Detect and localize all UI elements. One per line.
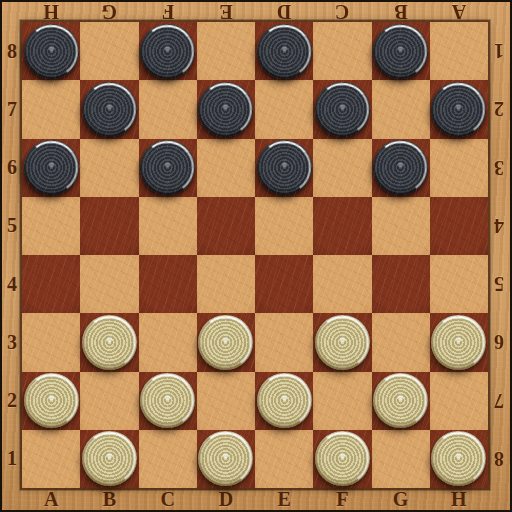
square-f5[interactable] bbox=[313, 197, 371, 255]
light-piece-d1[interactable] bbox=[198, 431, 253, 486]
square-b8[interactable] bbox=[80, 22, 138, 80]
square-c7[interactable] bbox=[139, 80, 197, 138]
rank-label-right-4: 4 bbox=[488, 197, 510, 255]
square-h1[interactable] bbox=[430, 430, 488, 488]
file-label-bottom-c: C bbox=[139, 488, 197, 510]
square-f6[interactable] bbox=[313, 139, 371, 197]
light-piece-f3[interactable] bbox=[315, 315, 370, 370]
file-label-top-f: F bbox=[139, 2, 197, 22]
checkers-board bbox=[22, 22, 488, 488]
square-e7[interactable] bbox=[255, 80, 313, 138]
square-g6[interactable] bbox=[372, 139, 430, 197]
dark-piece-d7[interactable] bbox=[198, 82, 253, 137]
file-label-top-g: G bbox=[80, 2, 138, 22]
light-piece-f1[interactable] bbox=[315, 431, 370, 486]
dark-piece-g6[interactable] bbox=[373, 140, 428, 195]
square-b4[interactable] bbox=[80, 255, 138, 313]
square-c4[interactable] bbox=[139, 255, 197, 313]
square-g5[interactable] bbox=[372, 197, 430, 255]
square-e6[interactable] bbox=[255, 139, 313, 197]
light-piece-a2[interactable] bbox=[24, 373, 79, 428]
square-c2[interactable] bbox=[139, 372, 197, 430]
square-d8[interactable] bbox=[197, 22, 255, 80]
square-h4[interactable] bbox=[430, 255, 488, 313]
square-c3[interactable] bbox=[139, 313, 197, 371]
dark-piece-c8[interactable] bbox=[140, 24, 195, 79]
dark-piece-a6[interactable] bbox=[24, 140, 79, 195]
square-f2[interactable] bbox=[313, 372, 371, 430]
checkers-app-screen: HGFEDCBA ABCDEFGH 87654321 12345678 bbox=[0, 0, 512, 512]
light-piece-h3[interactable] bbox=[431, 315, 486, 370]
rank-label-left-3: 3 bbox=[2, 313, 22, 371]
bottom-file-labels: ABCDEFGH bbox=[22, 488, 488, 510]
square-d3[interactable] bbox=[197, 313, 255, 371]
square-h5[interactable] bbox=[430, 197, 488, 255]
rank-label-right-7: 7 bbox=[488, 372, 510, 430]
square-a3[interactable] bbox=[22, 313, 80, 371]
square-c5[interactable] bbox=[139, 197, 197, 255]
rank-label-left-2: 2 bbox=[2, 372, 22, 430]
square-a5[interactable] bbox=[22, 197, 80, 255]
rank-label-left-7: 7 bbox=[2, 80, 22, 138]
top-file-labels: HGFEDCBA bbox=[22, 2, 488, 22]
square-h6[interactable] bbox=[430, 139, 488, 197]
file-label-bottom-g: G bbox=[372, 488, 430, 510]
file-label-top-c: C bbox=[313, 2, 371, 22]
rank-label-right-2: 2 bbox=[488, 80, 510, 138]
square-g1[interactable] bbox=[372, 430, 430, 488]
light-piece-b3[interactable] bbox=[82, 315, 137, 370]
light-piece-b1[interactable] bbox=[82, 431, 137, 486]
square-a7[interactable] bbox=[22, 80, 80, 138]
rank-label-left-6: 6 bbox=[2, 139, 22, 197]
rank-label-right-1: 1 bbox=[488, 22, 510, 80]
square-g8[interactable] bbox=[372, 22, 430, 80]
dark-piece-b7[interactable] bbox=[82, 82, 137, 137]
file-label-top-a: A bbox=[430, 2, 488, 22]
rank-label-left-5: 5 bbox=[2, 197, 22, 255]
dark-piece-a8[interactable] bbox=[24, 24, 79, 79]
rank-label-left-4: 4 bbox=[2, 255, 22, 313]
square-b2[interactable] bbox=[80, 372, 138, 430]
square-g2[interactable] bbox=[372, 372, 430, 430]
square-d4[interactable] bbox=[197, 255, 255, 313]
square-g7[interactable] bbox=[372, 80, 430, 138]
square-a4[interactable] bbox=[22, 255, 80, 313]
light-piece-e2[interactable] bbox=[257, 373, 312, 428]
rank-label-right-3: 3 bbox=[488, 139, 510, 197]
square-f8[interactable] bbox=[313, 22, 371, 80]
square-f1[interactable] bbox=[313, 430, 371, 488]
square-c8[interactable] bbox=[139, 22, 197, 80]
square-c6[interactable] bbox=[139, 139, 197, 197]
right-rank-labels: 12345678 bbox=[488, 22, 510, 488]
square-d5[interactable] bbox=[197, 197, 255, 255]
square-e8[interactable] bbox=[255, 22, 313, 80]
square-e5[interactable] bbox=[255, 197, 313, 255]
square-f7[interactable] bbox=[313, 80, 371, 138]
file-label-bottom-a: A bbox=[22, 488, 80, 510]
square-a2[interactable] bbox=[22, 372, 80, 430]
light-piece-d3[interactable] bbox=[198, 315, 253, 370]
square-b3[interactable] bbox=[80, 313, 138, 371]
square-a8[interactable] bbox=[22, 22, 80, 80]
dark-piece-e8[interactable] bbox=[257, 24, 312, 79]
square-e4[interactable] bbox=[255, 255, 313, 313]
square-e3[interactable] bbox=[255, 313, 313, 371]
square-g3[interactable] bbox=[372, 313, 430, 371]
rank-label-right-8: 8 bbox=[488, 430, 510, 488]
dark-piece-c6[interactable] bbox=[140, 140, 195, 195]
file-label-bottom-d: D bbox=[197, 488, 255, 510]
file-label-top-e: E bbox=[197, 2, 255, 22]
square-a1[interactable] bbox=[22, 430, 80, 488]
file-label-bottom-b: B bbox=[80, 488, 138, 510]
dark-piece-g8[interactable] bbox=[373, 24, 428, 79]
square-h7[interactable] bbox=[430, 80, 488, 138]
square-b1[interactable] bbox=[80, 430, 138, 488]
rank-label-left-8: 8 bbox=[2, 22, 22, 80]
dark-piece-h7[interactable] bbox=[431, 82, 486, 137]
left-rank-labels: 87654321 bbox=[2, 22, 22, 488]
square-a6[interactable] bbox=[22, 139, 80, 197]
light-piece-h1[interactable] bbox=[431, 431, 486, 486]
square-e2[interactable] bbox=[255, 372, 313, 430]
light-piece-c2[interactable] bbox=[140, 373, 195, 428]
square-c1[interactable] bbox=[139, 430, 197, 488]
dark-piece-e6[interactable] bbox=[257, 140, 312, 195]
file-label-bottom-e: E bbox=[255, 488, 313, 510]
file-label-top-h: H bbox=[22, 2, 80, 22]
square-b5[interactable] bbox=[80, 197, 138, 255]
rank-label-right-5: 5 bbox=[488, 255, 510, 313]
square-f3[interactable] bbox=[313, 313, 371, 371]
square-d6[interactable] bbox=[197, 139, 255, 197]
file-label-bottom-h: H bbox=[430, 488, 488, 510]
square-g4[interactable] bbox=[372, 255, 430, 313]
rank-label-right-6: 6 bbox=[488, 313, 510, 371]
square-b7[interactable] bbox=[80, 80, 138, 138]
rank-label-left-1: 1 bbox=[2, 430, 22, 488]
square-e1[interactable] bbox=[255, 430, 313, 488]
square-d1[interactable] bbox=[197, 430, 255, 488]
square-h8[interactable] bbox=[430, 22, 488, 80]
dark-piece-f7[interactable] bbox=[315, 82, 370, 137]
square-b6[interactable] bbox=[80, 139, 138, 197]
light-piece-g2[interactable] bbox=[373, 373, 428, 428]
square-f4[interactable] bbox=[313, 255, 371, 313]
file-label-bottom-f: F bbox=[313, 488, 371, 510]
square-d2[interactable] bbox=[197, 372, 255, 430]
file-label-top-b: B bbox=[372, 2, 430, 22]
square-h3[interactable] bbox=[430, 313, 488, 371]
square-h2[interactable] bbox=[430, 372, 488, 430]
square-d7[interactable] bbox=[197, 80, 255, 138]
file-label-top-d: D bbox=[255, 2, 313, 22]
